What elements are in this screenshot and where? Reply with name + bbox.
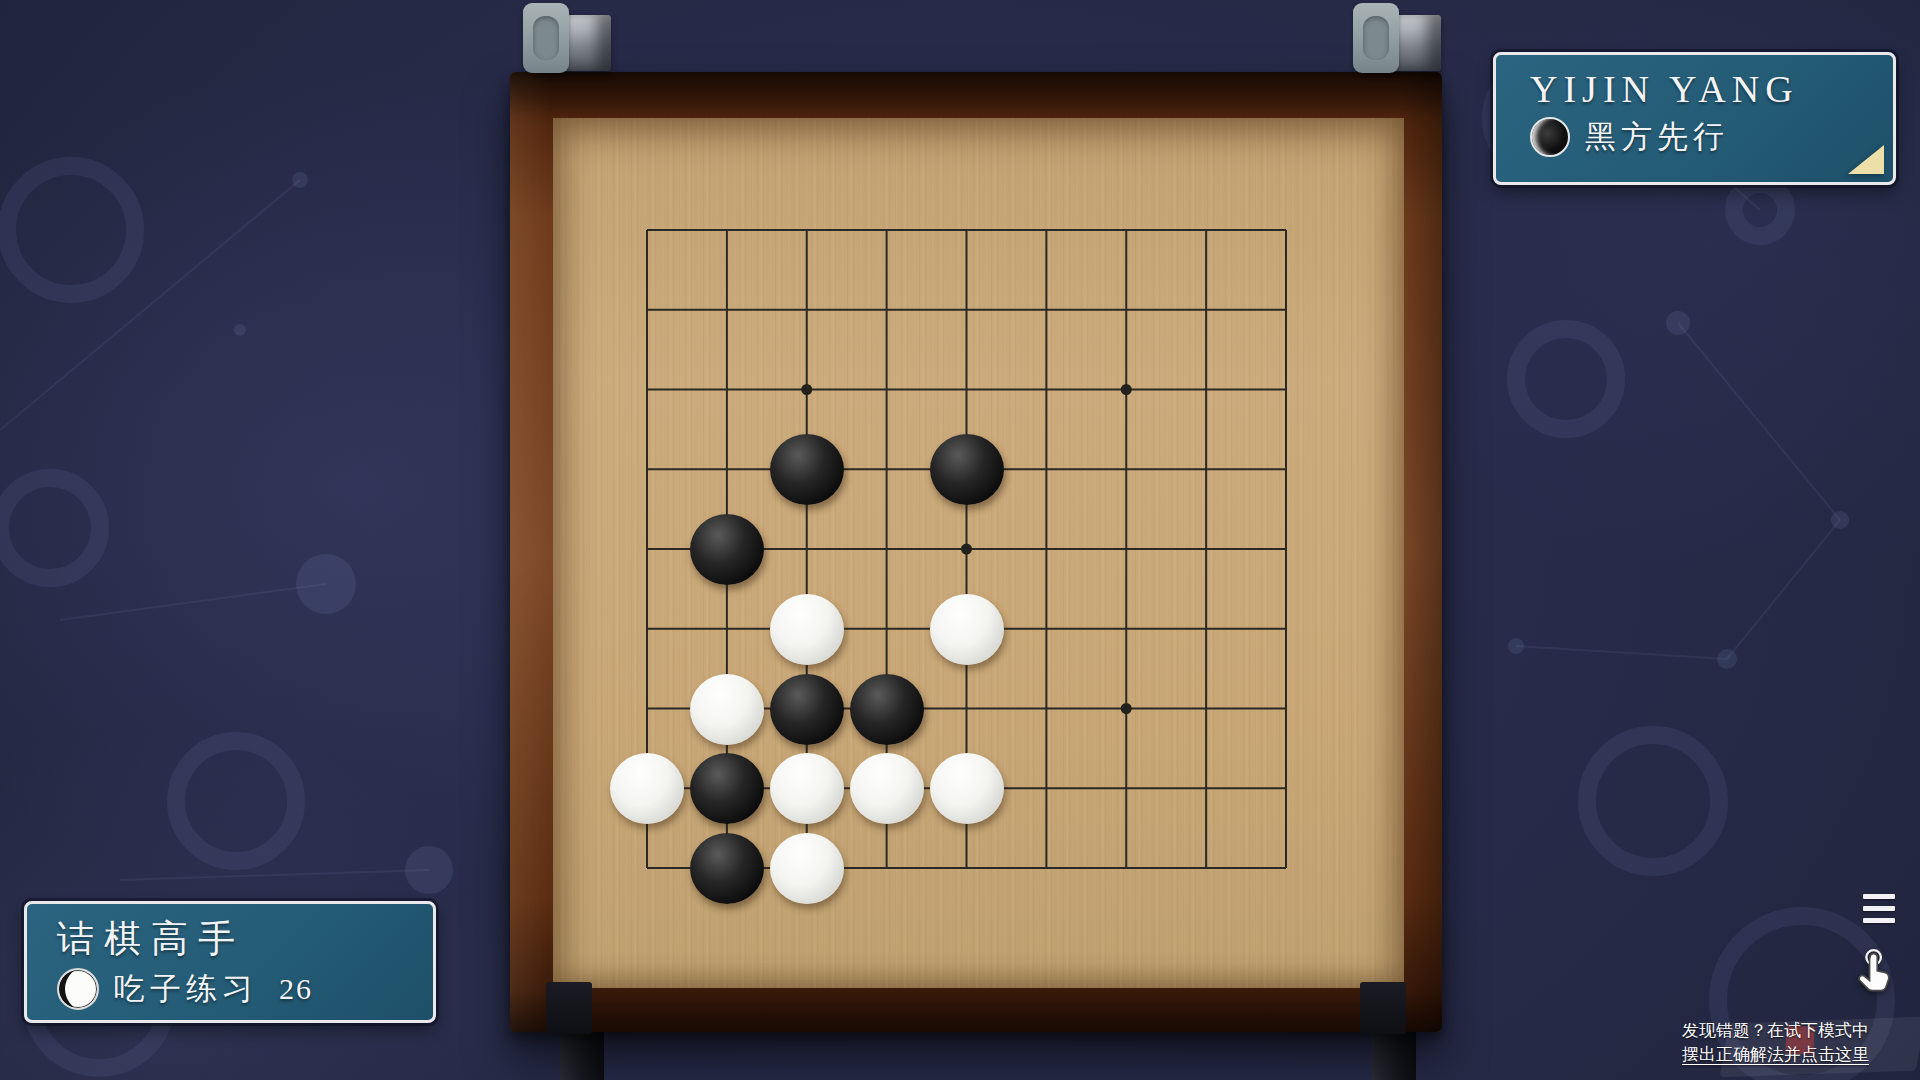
player-panel: YIJIN YANG 黑方先行	[1493, 52, 1896, 185]
black-stone-icon	[1530, 117, 1570, 157]
hamburger-icon	[1863, 894, 1895, 899]
hand-cursor-icon	[1856, 948, 1898, 1000]
fold-corner[interactable]	[1848, 145, 1884, 174]
board-surface[interactable]	[553, 118, 1404, 988]
white-stone[interactable]	[930, 753, 1004, 824]
stand-bracket-left	[546, 982, 592, 1034]
white-stone[interactable]	[770, 753, 844, 824]
stand-leg-left	[560, 1030, 604, 1080]
puzzle-title: 诘棋高手	[27, 904, 433, 964]
white-stone[interactable]	[850, 753, 924, 824]
puzzle-number: 26	[279, 972, 313, 1006]
white-stone-icon	[57, 968, 99, 1010]
stand-leg-right	[1372, 1030, 1416, 1080]
board-frame	[510, 72, 1442, 1032]
black-stone[interactable]	[770, 434, 844, 505]
hint-text: 发现错题？在试下模式中 摆出正确解法并点击这里	[1682, 1019, 1912, 1068]
player-name: YIJIN YANG	[1496, 55, 1893, 111]
stand-bracket-right	[1360, 982, 1406, 1034]
black-stone[interactable]	[770, 674, 844, 745]
white-stone[interactable]	[770, 833, 844, 904]
puzzle-panel: 诘棋高手 吃子练习 26	[24, 901, 436, 1023]
white-stone[interactable]	[770, 594, 844, 665]
white-stone[interactable]	[610, 753, 684, 824]
black-stone[interactable]	[690, 514, 764, 585]
hint-link[interactable]: 摆出正确解法并点击这里	[1682, 1043, 1912, 1068]
menu-button[interactable]	[1863, 894, 1897, 928]
puzzle-subtitle: 吃子练习	[114, 968, 258, 1010]
white-stone[interactable]	[930, 594, 1004, 665]
black-stone[interactable]	[690, 833, 764, 904]
black-stone[interactable]	[690, 753, 764, 824]
black-stone[interactable]	[850, 674, 924, 745]
hint-line1: 发现错题？在试下模式中	[1682, 1019, 1912, 1044]
white-stone[interactable]	[690, 674, 764, 745]
turn-indicator: 黑方先行	[1585, 116, 1729, 158]
black-stone[interactable]	[930, 434, 1004, 505]
game-screen: YIJIN YANG 黑方先行 诘棋高手 吃子练习 26 发现错题？在试下模式中…	[0, 0, 1920, 1080]
